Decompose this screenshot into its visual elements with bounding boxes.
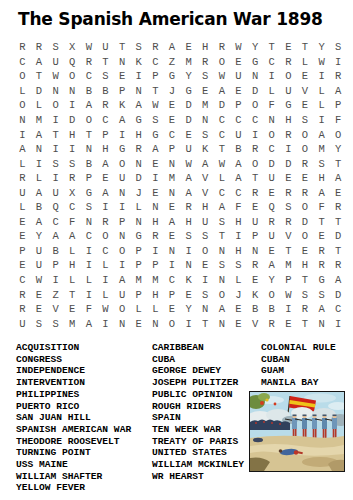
grid-cell[interactable]: H	[147, 287, 164, 302]
grid-cell[interactable]: S	[313, 156, 330, 171]
grid-cell[interactable]: D	[64, 113, 81, 128]
grid-cell[interactable]: Y	[313, 40, 330, 55]
grid-cell[interactable]: A	[214, 84, 231, 99]
grid-cell[interactable]: P	[14, 244, 31, 259]
grid-cell[interactable]: E	[164, 98, 181, 113]
grid-cell[interactable]: M	[31, 113, 48, 128]
grid-cell[interactable]: E	[14, 215, 31, 230]
grid-cell[interactable]: N	[147, 316, 164, 331]
grid-cell[interactable]: N	[114, 185, 131, 200]
grid-cell[interactable]: B	[81, 156, 98, 171]
grid-cell[interactable]: O	[97, 229, 114, 244]
grid-cell[interactable]: T	[81, 127, 98, 142]
grid-cell[interactable]: I	[114, 258, 131, 273]
grid-cell[interactable]: I	[47, 273, 64, 288]
grid-cell[interactable]: A	[64, 229, 81, 244]
grid-cell[interactable]: D	[31, 84, 48, 99]
grid-cell[interactable]: Q	[263, 200, 280, 215]
grid-cell[interactable]: P	[130, 244, 147, 259]
grid-cell[interactable]: U	[197, 215, 214, 230]
grid-cell[interactable]: O	[247, 98, 264, 113]
grid-cell[interactable]: H	[197, 40, 214, 55]
grid-cell[interactable]: N	[263, 113, 280, 128]
grid-cell[interactable]: T	[313, 215, 330, 230]
grid-cell[interactable]: E	[230, 302, 247, 317]
grid-cell[interactable]: R	[81, 55, 98, 70]
grid-cell[interactable]: N	[114, 55, 131, 70]
grid-cell[interactable]: C	[14, 273, 31, 288]
grid-cell[interactable]: O	[81, 113, 98, 128]
grid-cell[interactable]: D	[214, 98, 231, 113]
grid-cell[interactable]: N	[197, 302, 214, 317]
grid-cell[interactable]: R	[247, 185, 264, 200]
grid-cell[interactable]: E	[147, 185, 164, 200]
grid-cell[interactable]: A	[81, 98, 98, 113]
grid-cell[interactable]: C	[64, 200, 81, 215]
grid-cell[interactable]: I	[47, 171, 64, 186]
grid-cell[interactable]: J	[230, 287, 247, 302]
grid-cell[interactable]: S	[297, 287, 314, 302]
grid-cell[interactable]: M	[280, 258, 297, 273]
grid-cell[interactable]: C	[214, 185, 231, 200]
grid-cell[interactable]: A	[147, 142, 164, 157]
grid-cell[interactable]: P	[147, 69, 164, 84]
grid-cell[interactable]: H	[180, 215, 197, 230]
grid-cell[interactable]: N	[164, 185, 181, 200]
grid-cell[interactable]: O	[214, 55, 231, 70]
grid-cell[interactable]: F	[263, 98, 280, 113]
grid-cell[interactable]: Z	[47, 287, 64, 302]
grid-cell[interactable]: R	[247, 142, 264, 157]
grid-cell[interactable]: M	[313, 142, 330, 157]
grid-cell[interactable]: A	[330, 171, 347, 186]
grid-cell[interactable]: T	[297, 273, 314, 288]
grid-cell[interactable]: D	[297, 215, 314, 230]
grid-cell[interactable]: N	[81, 215, 98, 230]
grid-cell[interactable]: I	[81, 258, 98, 273]
grid-cell[interactable]: B	[263, 302, 280, 317]
grid-cell[interactable]: R	[313, 258, 330, 273]
grid-cell[interactable]: R	[214, 40, 231, 55]
grid-cell[interactable]: I	[330, 316, 347, 331]
grid-cell[interactable]: U	[230, 127, 247, 142]
grid-cell[interactable]: V	[247, 316, 264, 331]
grid-cell[interactable]: R	[197, 55, 214, 70]
grid-cell[interactable]: N	[114, 316, 131, 331]
grid-cell[interactable]: S	[214, 215, 231, 230]
grid-cell[interactable]: O	[297, 229, 314, 244]
grid-cell[interactable]: M	[147, 273, 164, 288]
grid-cell[interactable]: I	[64, 98, 81, 113]
grid-cell[interactable]: W	[180, 156, 197, 171]
grid-cell[interactable]: S	[313, 287, 330, 302]
grid-cell[interactable]: A	[263, 258, 280, 273]
grid-cell[interactable]: W	[230, 40, 247, 55]
grid-cell[interactable]: P	[247, 229, 264, 244]
grid-cell[interactable]: R	[147, 229, 164, 244]
grid-cell[interactable]: O	[263, 127, 280, 142]
grid-cell[interactable]: S	[230, 258, 247, 273]
grid-cell[interactable]: B	[47, 244, 64, 259]
grid-cell[interactable]: I	[180, 244, 197, 259]
grid-cell[interactable]: K	[130, 55, 147, 70]
grid-cell[interactable]: E	[97, 171, 114, 186]
grid-cell[interactable]: N	[130, 215, 147, 230]
grid-cell[interactable]: E	[280, 316, 297, 331]
grid-cell[interactable]: S	[97, 69, 114, 84]
grid-cell[interactable]: L	[214, 171, 231, 186]
grid-cell[interactable]: U	[31, 258, 48, 273]
grid-cell[interactable]: V	[297, 84, 314, 99]
grid-cell[interactable]: A	[97, 156, 114, 171]
grid-cell[interactable]: N	[14, 113, 31, 128]
grid-cell[interactable]: P	[280, 273, 297, 288]
grid-cell[interactable]: P	[164, 287, 181, 302]
grid-cell[interactable]: A	[114, 113, 131, 128]
grid-cell[interactable]: X	[64, 40, 81, 55]
grid-cell[interactable]: H	[313, 171, 330, 186]
grid-cell[interactable]: I	[130, 69, 147, 84]
grid-cell[interactable]: Y	[247, 40, 264, 55]
grid-cell[interactable]: S	[214, 258, 231, 273]
grid-cell[interactable]: H	[130, 127, 147, 142]
grid-cell[interactable]: E	[330, 185, 347, 200]
grid-cell[interactable]: F	[230, 200, 247, 215]
grid-cell[interactable]: E	[164, 113, 181, 128]
grid-cell[interactable]: R	[130, 142, 147, 157]
grid-cell[interactable]: B	[31, 200, 48, 215]
grid-cell[interactable]: P	[97, 127, 114, 142]
grid-cell[interactable]: T	[214, 229, 231, 244]
grid-cell[interactable]: A	[31, 215, 48, 230]
grid-cell[interactable]: I	[180, 316, 197, 331]
grid-cell[interactable]: O	[214, 287, 231, 302]
grid-cell[interactable]: O	[247, 156, 264, 171]
grid-cell[interactable]: I	[147, 171, 164, 186]
grid-cell[interactable]: W	[81, 40, 98, 55]
grid-cell[interactable]: T	[214, 142, 231, 157]
grid-cell[interactable]: A	[330, 273, 347, 288]
grid-cell[interactable]: S	[280, 200, 297, 215]
grid-cell[interactable]: S	[147, 113, 164, 128]
grid-cell[interactable]: C	[81, 229, 98, 244]
grid-cell[interactable]: C	[263, 142, 280, 157]
grid-cell[interactable]: L	[147, 302, 164, 317]
grid-cell[interactable]: G	[114, 142, 131, 157]
grid-cell[interactable]: R	[297, 185, 314, 200]
grid-cell[interactable]: E	[247, 273, 264, 288]
grid-cell[interactable]: E	[180, 287, 197, 302]
grid-cell[interactable]: E	[14, 229, 31, 244]
grid-cell[interactable]: E	[197, 84, 214, 99]
grid-cell[interactable]: C	[164, 127, 181, 142]
grid-cell[interactable]: C	[147, 55, 164, 70]
grid-cell[interactable]: S	[47, 40, 64, 55]
grid-cell[interactable]: H	[197, 200, 214, 215]
grid-cell[interactable]: O	[164, 316, 181, 331]
grid-cell[interactable]: U	[263, 171, 280, 186]
grid-cell[interactable]: N	[130, 84, 147, 99]
grid-cell[interactable]: S	[197, 229, 214, 244]
grid-cell[interactable]: O	[297, 200, 314, 215]
grid-cell[interactable]: D	[263, 156, 280, 171]
grid-cell[interactable]: Y	[31, 229, 48, 244]
grid-cell[interactable]: K	[114, 98, 131, 113]
grid-cell[interactable]: A	[230, 171, 247, 186]
grid-cell[interactable]: C	[214, 127, 231, 142]
grid-cell[interactable]: F	[64, 215, 81, 230]
grid-cell[interactable]: U	[180, 142, 197, 157]
grid-cell[interactable]: N	[164, 244, 181, 259]
grid-cell[interactable]: S	[81, 200, 98, 215]
grid-cell[interactable]: E	[280, 171, 297, 186]
grid-cell[interactable]: A	[230, 156, 247, 171]
grid-cell[interactable]: W	[313, 55, 330, 70]
grid-cell[interactable]: H	[230, 244, 247, 259]
grid-cell[interactable]: L	[31, 98, 48, 113]
grid-cell[interactable]: M	[64, 316, 81, 331]
grid-cell[interactable]: N	[31, 142, 48, 157]
grid-cell[interactable]: T	[114, 40, 131, 55]
grid-cell[interactable]: W	[31, 273, 48, 288]
grid-cell[interactable]: E	[164, 229, 181, 244]
grid-cell[interactable]: G	[147, 127, 164, 142]
grid-cell[interactable]: I	[81, 287, 98, 302]
grid-cell[interactable]: R	[313, 244, 330, 259]
grid-cell[interactable]: L	[31, 171, 48, 186]
grid-cell[interactable]: Q	[64, 55, 81, 70]
grid-cell[interactable]: T	[197, 316, 214, 331]
grid-cell[interactable]: S	[64, 156, 81, 171]
grid-cell[interactable]: A	[31, 185, 48, 200]
grid-cell[interactable]: E	[313, 229, 330, 244]
grid-cell[interactable]: E	[180, 40, 197, 55]
grid-cell[interactable]: N	[130, 156, 147, 171]
grid-cell[interactable]: F	[330, 113, 347, 128]
grid-cell[interactable]: C	[81, 69, 98, 84]
grid-cell[interactable]: C	[214, 113, 231, 128]
grid-cell[interactable]: L	[297, 55, 314, 70]
grid-cell[interactable]: W	[280, 287, 297, 302]
grid-cell[interactable]: T	[330, 156, 347, 171]
grid-cell[interactable]: W	[147, 98, 164, 113]
grid-cell[interactable]: L	[313, 98, 330, 113]
grid-cell[interactable]: N	[197, 113, 214, 128]
grid-cell[interactable]: R	[14, 287, 31, 302]
grid-cell[interactable]: E	[230, 316, 247, 331]
grid-cell[interactable]: I	[114, 127, 131, 142]
grid-cell[interactable]: U	[247, 215, 264, 230]
grid-cell[interactable]: R	[280, 127, 297, 142]
grid-cell[interactable]: Q	[47, 200, 64, 215]
grid-cell[interactable]: X	[64, 185, 81, 200]
grid-cell[interactable]: W	[214, 156, 231, 171]
grid-cell[interactable]: D	[280, 156, 297, 171]
grid-cell[interactable]: C	[230, 185, 247, 200]
grid-cell[interactable]: C	[97, 244, 114, 259]
grid-cell[interactable]: P	[130, 287, 147, 302]
grid-cell[interactable]: C	[263, 55, 280, 70]
grid-cell[interactable]: E	[197, 258, 214, 273]
grid-cell[interactable]: I	[81, 244, 98, 259]
grid-cell[interactable]: O	[297, 127, 314, 142]
grid-cell[interactable]: I	[97, 273, 114, 288]
grid-cell[interactable]: A	[180, 185, 197, 200]
grid-cell[interactable]: M	[197, 98, 214, 113]
grid-cell[interactable]: R	[297, 302, 314, 317]
grid-cell[interactable]: O	[14, 69, 31, 84]
grid-cell[interactable]: Z	[164, 55, 181, 70]
grid-cell[interactable]: N	[147, 200, 164, 215]
grid-cell[interactable]: I	[14, 127, 31, 142]
grid-cell[interactable]: O	[14, 98, 31, 113]
grid-cell[interactable]: R	[330, 69, 347, 84]
grid-cell[interactable]: E	[263, 185, 280, 200]
grid-cell[interactable]: G	[247, 55, 264, 70]
grid-cell[interactable]: S	[47, 316, 64, 331]
grid-cell[interactable]: W	[47, 69, 64, 84]
grid-cell[interactable]: N	[81, 142, 98, 157]
grid-cell[interactable]: I	[147, 244, 164, 259]
grid-cell[interactable]: U	[14, 185, 31, 200]
grid-cell[interactable]: M	[164, 171, 181, 186]
grid-cell[interactable]: I	[47, 142, 64, 157]
grid-cell[interactable]: A	[313, 302, 330, 317]
grid-cell[interactable]: G	[130, 229, 147, 244]
grid-cell[interactable]: P	[81, 171, 98, 186]
grid-cell[interactable]: F	[81, 302, 98, 317]
grid-cell[interactable]: L	[313, 84, 330, 99]
grid-cell[interactable]: L	[230, 273, 247, 288]
grid-cell[interactable]: I	[247, 127, 264, 142]
grid-cell[interactable]: L	[130, 302, 147, 317]
grid-cell[interactable]: K	[247, 287, 264, 302]
grid-cell[interactable]: S	[197, 69, 214, 84]
grid-cell[interactable]: N	[214, 316, 231, 331]
grid-cell[interactable]: I	[97, 200, 114, 215]
grid-cell[interactable]: E	[147, 156, 164, 171]
grid-cell[interactable]: E	[263, 244, 280, 259]
grid-cell[interactable]: U	[14, 316, 31, 331]
grid-cell[interactable]: V	[197, 171, 214, 186]
grid-cell[interactable]: S	[330, 40, 347, 55]
grid-cell[interactable]: D	[180, 98, 197, 113]
grid-cell[interactable]: E	[14, 258, 31, 273]
grid-cell[interactable]: I	[64, 142, 81, 157]
grid-cell[interactable]: T	[147, 84, 164, 99]
grid-cell[interactable]: R	[14, 40, 31, 55]
grid-cell[interactable]: J	[130, 185, 147, 200]
grid-cell[interactable]: L	[130, 200, 147, 215]
grid-cell[interactable]: R	[97, 98, 114, 113]
grid-cell[interactable]: R	[280, 185, 297, 200]
grid-cell[interactable]: H	[280, 113, 297, 128]
grid-cell[interactable]: M	[180, 55, 197, 70]
grid-cell[interactable]: R	[247, 258, 264, 273]
grid-cell[interactable]: E	[297, 69, 314, 84]
grid-cell[interactable]: P	[130, 258, 147, 273]
grid-cell[interactable]: H	[147, 215, 164, 230]
grid-cell[interactable]: K	[197, 142, 214, 157]
grid-cell[interactable]: N	[64, 84, 81, 99]
grid-cell[interactable]: Y	[180, 302, 197, 317]
grid-cell[interactable]: D	[330, 287, 347, 302]
grid-cell[interactable]: D	[247, 84, 264, 99]
grid-cell[interactable]: N	[247, 244, 264, 259]
grid-cell[interactable]: T	[247, 171, 264, 186]
grid-cell[interactable]: A	[14, 142, 31, 157]
grid-cell[interactable]: B	[230, 142, 247, 157]
grid-cell[interactable]: O	[114, 244, 131, 259]
grid-cell[interactable]: C	[330, 302, 347, 317]
grid-cell[interactable]: R	[147, 40, 164, 55]
grid-cell[interactable]: R	[14, 171, 31, 186]
grid-cell[interactable]: A	[197, 156, 214, 171]
grid-cell[interactable]: U	[31, 244, 48, 259]
grid-cell[interactable]: P	[47, 258, 64, 273]
grid-cell[interactable]: E	[180, 127, 197, 142]
grid-cell[interactable]: N	[247, 69, 264, 84]
grid-cell[interactable]: H	[64, 127, 81, 142]
grid-cell[interactable]: U	[47, 185, 64, 200]
grid-cell[interactable]: U	[263, 229, 280, 244]
grid-cell[interactable]: A	[313, 127, 330, 142]
grid-cell[interactable]: N	[180, 258, 197, 273]
grid-cell[interactable]: I	[330, 55, 347, 70]
grid-cell[interactable]: P	[114, 215, 131, 230]
grid-cell[interactable]: I	[280, 302, 297, 317]
grid-cell[interactable]: E	[297, 244, 314, 259]
grid-cell[interactable]: D	[330, 229, 347, 244]
grid-cell[interactable]: A	[81, 316, 98, 331]
grid-cell[interactable]: U	[230, 69, 247, 84]
grid-cell[interactable]: L	[81, 273, 98, 288]
grid-cell[interactable]: C	[247, 113, 264, 128]
grid-cell[interactable]: R	[297, 156, 314, 171]
grid-cell[interactable]: O	[114, 302, 131, 317]
grid-cell[interactable]: B	[247, 302, 264, 317]
grid-cell[interactable]: B	[97, 84, 114, 99]
grid-cell[interactable]: N	[114, 229, 131, 244]
grid-cell[interactable]: V	[197, 185, 214, 200]
grid-cell[interactable]: R	[64, 171, 81, 186]
grid-cell[interactable]: H	[97, 142, 114, 157]
grid-cell[interactable]: T	[297, 40, 314, 55]
grid-cell[interactable]: O	[114, 156, 131, 171]
grid-cell[interactable]: T	[297, 316, 314, 331]
grid-cell[interactable]: O	[47, 98, 64, 113]
grid-cell[interactable]: S	[130, 40, 147, 55]
grid-cell[interactable]: R	[330, 258, 347, 273]
grid-cell[interactable]: A	[214, 302, 231, 317]
grid-cell[interactable]: P	[164, 142, 181, 157]
grid-cell[interactable]: A	[31, 127, 48, 142]
grid-cell[interactable]: W	[97, 302, 114, 317]
grid-cell[interactable]: G	[180, 84, 197, 99]
grid-cell[interactable]: H	[297, 258, 314, 273]
grid-cell[interactable]: T	[280, 244, 297, 259]
grid-cell[interactable]: P	[147, 258, 164, 273]
grid-cell[interactable]: P	[330, 98, 347, 113]
grid-cell[interactable]: A	[214, 200, 231, 215]
grid-cell[interactable]: E	[247, 200, 264, 215]
grid-cell[interactable]: I	[197, 273, 214, 288]
grid-cell[interactable]: L	[97, 258, 114, 273]
grid-cell[interactable]: A	[114, 273, 131, 288]
grid-cell[interactable]: S	[31, 316, 48, 331]
grid-cell[interactable]: N	[214, 244, 231, 259]
grid-cell[interactable]: G	[81, 185, 98, 200]
